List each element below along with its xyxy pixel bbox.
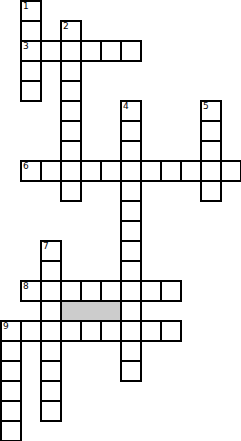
cell-r7c6[interactable]: [121, 141, 141, 161]
cell-r13c6[interactable]: [121, 261, 141, 281]
cell-r16c3[interactable]: [61, 321, 81, 341]
cell-r15c6[interactable]: [121, 301, 141, 321]
cell-r8c11[interactable]: [221, 161, 241, 181]
cell-r3c3[interactable]: [61, 61, 81, 81]
clue-number-2: 2: [63, 21, 69, 31]
cell-r18c2[interactable]: [41, 361, 61, 381]
cell-r5c10[interactable]: 5: [201, 101, 221, 121]
cell-r19c2[interactable]: [41, 381, 61, 401]
cell-r16c1[interactable]: [21, 321, 41, 341]
crossword-board: 123456789: [1, 1, 241, 441]
cell-r2c2[interactable]: [41, 41, 61, 61]
cell-r3c1[interactable]: [21, 61, 41, 81]
cell-r16c5[interactable]: [101, 321, 121, 341]
cell-r11c6[interactable]: [121, 221, 141, 241]
clue-number-6: 6: [23, 161, 29, 171]
cell-r16c4[interactable]: [81, 321, 101, 341]
clue-number-3: 3: [23, 41, 29, 51]
cell-r8c2[interactable]: [41, 161, 61, 181]
cell-r8c1[interactable]: 6: [21, 161, 41, 181]
cell-r6c10[interactable]: [201, 121, 221, 141]
cell-r14c8[interactable]: [161, 281, 181, 301]
cell-r8c4[interactable]: [81, 161, 101, 181]
cell-r12c2[interactable]: 7: [41, 241, 61, 261]
cell-r8c5[interactable]: [101, 161, 121, 181]
cell-r8c8[interactable]: [161, 161, 181, 181]
cell-r8c9[interactable]: [181, 161, 201, 181]
cell-r9c10[interactable]: [201, 181, 221, 201]
clue-number-8: 8: [23, 281, 29, 291]
cell-r2c1[interactable]: 3: [21, 41, 41, 61]
cell-r17c2[interactable]: [41, 341, 61, 361]
clue-number-7: 7: [43, 241, 49, 251]
cell-r5c3[interactable]: [61, 101, 81, 121]
cell-r14c1[interactable]: 8: [21, 281, 41, 301]
shaded-block: [61, 301, 121, 321]
cell-r14c5[interactable]: [101, 281, 121, 301]
cell-r21c0[interactable]: [1, 421, 21, 441]
cell-r14c4[interactable]: [81, 281, 101, 301]
cell-r7c3[interactable]: [61, 141, 81, 161]
cell-r2c5[interactable]: [101, 41, 121, 61]
clue-number-1: 1: [23, 1, 29, 11]
cell-r8c6[interactable]: [121, 161, 141, 181]
cell-r13c2[interactable]: [41, 261, 61, 281]
cell-r0c1[interactable]: 1: [21, 1, 41, 21]
cell-r18c6[interactable]: [121, 361, 141, 381]
cell-r8c3[interactable]: [61, 161, 81, 181]
cell-r16c7[interactable]: [141, 321, 161, 341]
cell-r9c3[interactable]: [61, 181, 81, 201]
cell-r14c3[interactable]: [61, 281, 81, 301]
cell-r14c2[interactable]: [41, 281, 61, 301]
cell-r2c3[interactable]: [61, 41, 81, 61]
clue-number-9: 9: [3, 321, 9, 331]
cell-r6c3[interactable]: [61, 121, 81, 141]
cell-r12c6[interactable]: [121, 241, 141, 261]
cell-r19c0[interactable]: [1, 381, 21, 401]
cell-r14c6[interactable]: [121, 281, 141, 301]
cell-r1c1[interactable]: [21, 21, 41, 41]
cell-r8c10[interactable]: [201, 161, 221, 181]
cell-r17c0[interactable]: [1, 341, 21, 361]
cell-r18c0[interactable]: [1, 361, 21, 381]
cell-r7c10[interactable]: [201, 141, 221, 161]
cell-r16c2[interactable]: [41, 321, 61, 341]
clue-number-5: 5: [203, 101, 209, 111]
cell-r5c6[interactable]: 4: [121, 101, 141, 121]
cell-r8c7[interactable]: [141, 161, 161, 181]
cell-r16c6[interactable]: [121, 321, 141, 341]
cell-r15c2[interactable]: [41, 301, 61, 321]
cell-r20c2[interactable]: [41, 401, 61, 421]
cell-r16c8[interactable]: [161, 321, 181, 341]
cell-r4c1[interactable]: [21, 81, 41, 101]
cell-r2c6[interactable]: [121, 41, 141, 61]
cell-r20c0[interactable]: [1, 401, 21, 421]
cell-r6c6[interactable]: [121, 121, 141, 141]
clue-number-4: 4: [123, 101, 129, 111]
cell-r1c3[interactable]: 2: [61, 21, 81, 41]
cell-r14c7[interactable]: [141, 281, 161, 301]
cell-r4c3[interactable]: [61, 81, 81, 101]
cell-r10c6[interactable]: [121, 201, 141, 221]
cell-r16c0[interactable]: 9: [1, 321, 21, 341]
cell-r2c4[interactable]: [81, 41, 101, 61]
cell-r9c6[interactable]: [121, 181, 141, 201]
cell-r17c6[interactable]: [121, 341, 141, 361]
